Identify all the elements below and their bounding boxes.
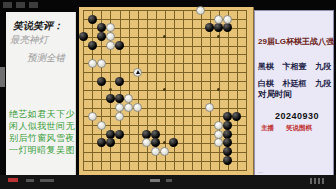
control-dash — [166, 179, 172, 182]
black-stone — [97, 77, 106, 86]
star-point — [163, 35, 166, 38]
grid-line — [83, 170, 247, 171]
black-player-name: 卞相壹 — [283, 61, 307, 72]
white-stone — [214, 121, 223, 130]
grid-line — [201, 10, 202, 170]
white-stone — [133, 68, 142, 77]
black-stone — [169, 138, 178, 147]
black-stone — [115, 94, 124, 103]
host-name: 笑说围棋 — [286, 124, 312, 133]
video-frame[interactable]: 笑说笑评： 最亮神灯 预测全错 绝艺如君天下少 闲人似我世间无 别后竹窗风雪夜 … — [0, 0, 336, 189]
black-player-rank: 九段 — [315, 61, 331, 72]
black-stone — [115, 130, 124, 139]
white-stone — [106, 23, 115, 32]
grip-icon[interactable] — [310, 178, 324, 184]
white-stone — [196, 6, 205, 15]
caption-title: 笑说笑评： — [13, 19, 63, 33]
black-stone — [151, 130, 160, 139]
star-point — [163, 88, 166, 91]
white-stone — [160, 147, 169, 156]
white-stone — [133, 103, 142, 112]
commentary-caption-panel: 笑说笑评： 最亮神灯 预测全错 绝艺如君天下少 闲人似我世间无 别后竹窗风雪夜 … — [6, 12, 76, 177]
white-stone — [88, 59, 97, 68]
grid-line — [183, 10, 184, 170]
white-stone — [124, 103, 133, 112]
black-stone — [88, 15, 97, 24]
black-stone — [223, 112, 232, 121]
white-stone — [214, 130, 223, 139]
white-stone — [97, 59, 106, 68]
black-stone — [106, 94, 115, 103]
control-dash — [26, 179, 34, 182]
black-stone — [223, 121, 232, 130]
grid-line — [210, 10, 211, 170]
caption-line-1: 最亮神灯 — [10, 34, 48, 47]
black-stone — [205, 23, 214, 32]
black-stone — [79, 32, 88, 41]
white-stone — [151, 147, 160, 156]
star-point — [217, 88, 220, 91]
game-date: 20240930 — [275, 111, 319, 121]
white-player-rank: 九段 — [315, 78, 331, 89]
go-board[interactable] — [79, 7, 254, 176]
white-player-name: 朴廷桓 — [283, 78, 307, 89]
game-info-panel: 29届LG杯棋王战八强 黑棋 卞相壹 九段 白棋 朴廷桓 九段 对局时间 202… — [254, 10, 334, 178]
black-stone — [97, 138, 106, 147]
white-stone — [88, 112, 97, 121]
control-dash — [150, 179, 160, 182]
black-stone — [106, 130, 115, 139]
poem-line-4: 一灯明暗复吴图 — [9, 144, 75, 157]
white-stone — [115, 112, 124, 121]
black-label: 黑棋 — [258, 61, 274, 72]
white-stone — [142, 138, 151, 147]
white-label: 白棋 — [258, 78, 274, 89]
black-stone — [223, 147, 232, 156]
caption-line-2: 预测全错 — [27, 52, 65, 65]
black-stone — [115, 41, 124, 50]
black-stone — [223, 156, 232, 165]
black-stone — [97, 32, 106, 41]
black-stone — [214, 23, 223, 32]
black-stone — [88, 41, 97, 50]
last-move-marker — [136, 70, 140, 74]
white-stone — [214, 15, 223, 24]
white-stone — [106, 32, 115, 41]
star-point — [217, 35, 220, 38]
white-stone — [214, 138, 223, 147]
grid-line — [83, 108, 247, 109]
white-stone — [223, 15, 232, 24]
grid-line — [237, 10, 238, 170]
star-point — [109, 88, 112, 91]
black-stone — [142, 130, 151, 139]
game-time-label: 对局时间 — [258, 89, 292, 101]
white-player-row: 白棋 朴廷桓 九段 — [258, 78, 331, 89]
black-stone — [151, 138, 160, 147]
star-point — [163, 141, 166, 144]
black-stone — [106, 138, 115, 147]
chrome-square — [29, 2, 38, 8]
player-control-bar[interactable] — [0, 175, 336, 189]
host-label: 主播 — [261, 124, 274, 133]
chrome-square — [3, 2, 12, 8]
white-stone — [106, 41, 115, 50]
chrome-square — [16, 2, 25, 8]
white-stone — [115, 103, 124, 112]
white-stone — [97, 121, 106, 130]
side-tab — [0, 67, 5, 87]
grid-line — [246, 10, 247, 170]
black-player-row: 黑棋 卞相壹 九段 — [258, 61, 331, 72]
black-stone — [223, 138, 232, 147]
black-stone — [223, 23, 232, 32]
black-stone — [97, 23, 106, 32]
white-stone — [124, 94, 133, 103]
black-stone — [223, 130, 232, 139]
window-chrome — [3, 2, 38, 8]
black-stone — [115, 77, 124, 86]
progress-marker[interactable] — [8, 178, 18, 182]
host-row: 主播 笑说围棋 — [261, 124, 327, 133]
white-stone — [205, 103, 214, 112]
grid-line — [192, 10, 193, 170]
black-stone — [232, 112, 241, 121]
control-dash — [40, 179, 54, 182]
panel-dots: ... — [258, 168, 263, 174]
event-title: 29届LG杯棋王战八强 — [258, 36, 334, 47]
